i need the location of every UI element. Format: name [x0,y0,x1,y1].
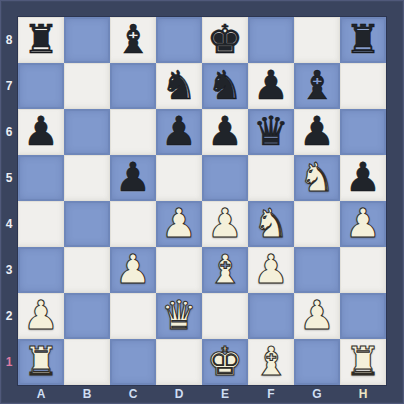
black-pawn: ♟ [18,109,64,155]
white-pawn: ♟ [156,201,202,247]
square-c3[interactable]: ♟ [110,247,156,293]
square-c4[interactable] [110,201,156,247]
file-label-e: E [202,385,248,404]
square-f6[interactable]: ♛ [248,109,294,155]
square-b1[interactable] [64,339,110,385]
square-d8[interactable] [156,17,202,63]
square-f1[interactable]: ♝ [248,339,294,385]
square-f5[interactable] [248,155,294,201]
square-h6[interactable] [340,109,386,155]
square-e3[interactable]: ♝ [202,247,248,293]
square-e1[interactable]: ♚ [202,339,248,385]
square-b6[interactable] [64,109,110,155]
square-c2[interactable] [110,293,156,339]
black-pawn: ♟ [248,63,294,109]
black-pawn: ♟ [156,109,202,155]
square-a2[interactable]: ♟ [18,293,64,339]
square-a3[interactable] [18,247,64,293]
white-king: ♚ [202,339,248,385]
white-rook: ♜ [340,339,386,385]
square-f8[interactable] [248,17,294,63]
white-pawn: ♟ [248,247,294,293]
square-h4[interactable]: ♟ [340,201,386,247]
square-g5[interactable]: ♞ [294,155,340,201]
black-pawn: ♟ [294,109,340,155]
square-h1[interactable]: ♜ [340,339,386,385]
file-label-h: H [340,385,386,404]
file-label-b: B [64,385,110,404]
square-h3[interactable] [340,247,386,293]
rank-label-6: 6 [0,109,18,155]
white-pawn: ♟ [340,201,386,247]
white-bishop: ♝ [248,339,294,385]
rank-label-2: 2 [0,293,18,339]
square-b5[interactable] [64,155,110,201]
square-b2[interactable] [64,293,110,339]
square-h5[interactable]: ♟ [340,155,386,201]
white-pawn: ♟ [294,293,340,339]
chess-board: ♜♝♚♜♞♞♟♝♟♟♟♛♟♟♞♟♟♟♞♟♟♝♟♟♛♟♜♚♝♜ [18,17,386,385]
square-d1[interactable] [156,339,202,385]
square-b7[interactable] [64,63,110,109]
square-g6[interactable]: ♟ [294,109,340,155]
square-f3[interactable]: ♟ [248,247,294,293]
white-queen: ♛ [156,293,202,339]
square-g4[interactable] [294,201,340,247]
square-d4[interactable]: ♟ [156,201,202,247]
white-rook: ♜ [18,339,64,385]
black-bishop: ♝ [294,63,340,109]
rank-label-4: 4 [0,201,18,247]
square-d2[interactable]: ♛ [156,293,202,339]
square-e4[interactable]: ♟ [202,201,248,247]
white-bishop: ♝ [202,247,248,293]
rank-label-7: 7 [0,63,18,109]
square-g7[interactable]: ♝ [294,63,340,109]
black-pawn: ♟ [202,109,248,155]
black-knight: ♞ [202,63,248,109]
black-king: ♚ [202,17,248,63]
square-a4[interactable] [18,201,64,247]
black-bishop: ♝ [110,17,156,63]
white-knight: ♞ [294,155,340,201]
square-d6[interactable]: ♟ [156,109,202,155]
black-knight: ♞ [156,63,202,109]
black-pawn: ♟ [110,155,156,201]
square-c1[interactable] [110,339,156,385]
square-e2[interactable] [202,293,248,339]
black-pawn: ♟ [340,155,386,201]
square-e7[interactable]: ♞ [202,63,248,109]
file-label-d: D [156,385,202,404]
square-a6[interactable]: ♟ [18,109,64,155]
square-c8[interactable]: ♝ [110,17,156,63]
file-label-g: G [294,385,340,404]
square-h7[interactable] [340,63,386,109]
square-d7[interactable]: ♞ [156,63,202,109]
square-b4[interactable] [64,201,110,247]
square-f4[interactable]: ♞ [248,201,294,247]
square-c7[interactable] [110,63,156,109]
rank-label-3: 3 [0,247,18,293]
rank-label-5: 5 [0,155,18,201]
square-h2[interactable] [340,293,386,339]
file-label-f: F [248,385,294,404]
square-d3[interactable] [156,247,202,293]
square-g3[interactable] [294,247,340,293]
white-knight: ♞ [248,201,294,247]
square-c6[interactable] [110,109,156,155]
square-g8[interactable] [294,17,340,63]
file-label-a: A [18,385,64,404]
square-e6[interactable]: ♟ [202,109,248,155]
square-b3[interactable] [64,247,110,293]
square-a5[interactable] [18,155,64,201]
square-a7[interactable] [18,63,64,109]
square-d5[interactable] [156,155,202,201]
black-queen: ♛ [248,109,294,155]
square-g1[interactable] [294,339,340,385]
square-f7[interactable]: ♟ [248,63,294,109]
white-pawn: ♟ [202,201,248,247]
square-a8[interactable]: ♜ [18,17,64,63]
square-f2[interactable] [248,293,294,339]
square-a1[interactable]: ♜ [18,339,64,385]
rank-label-8: 8 [0,17,18,63]
square-e5[interactable] [202,155,248,201]
rank-label-1: 1 [0,339,18,385]
square-h8[interactable]: ♜ [340,17,386,63]
black-rook: ♜ [18,17,64,63]
square-c5[interactable]: ♟ [110,155,156,201]
square-b8[interactable] [64,17,110,63]
square-g2[interactable]: ♟ [294,293,340,339]
square-e8[interactable]: ♚ [202,17,248,63]
black-rook: ♜ [340,17,386,63]
white-pawn: ♟ [18,293,64,339]
chess-board-frame: ♜♝♚♜♞♞♟♝♟♟♟♛♟♟♞♟♟♟♞♟♟♝♟♟♛♟♜♚♝♜ 87654321 … [0,0,404,404]
file-label-c: C [110,385,156,404]
white-pawn: ♟ [110,247,156,293]
